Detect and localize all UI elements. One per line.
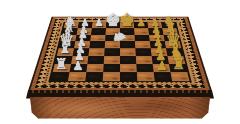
piece-silver-knight-fallen[interactable]: ♞ — [110, 29, 127, 45]
square-c5[interactable] — [89, 41, 105, 48]
square-e2[interactable] — [120, 64, 137, 72]
square-g1[interactable] — [154, 72, 173, 81]
square-f3[interactable] — [136, 56, 153, 64]
square-c2[interactable] — [86, 64, 103, 72]
square-c3[interactable] — [87, 56, 104, 64]
square-c6[interactable] — [90, 35, 105, 42]
square-d4[interactable] — [104, 48, 120, 55]
square-e4[interactable] — [120, 48, 136, 55]
square-h1[interactable] — [171, 72, 190, 81]
piece-brass-king[interactable]: ♚ — [119, 12, 135, 30]
square-a1[interactable] — [50, 72, 69, 81]
piece-silver-rook[interactable]: ♜ — [55, 57, 68, 72]
square-d3[interactable] — [104, 56, 120, 64]
square-e1[interactable] — [120, 72, 137, 81]
piece-silver-pawn[interactable]: ♟ — [94, 18, 103, 28]
square-f6[interactable] — [134, 35, 149, 42]
chess-set-photo: ♞♟♟♚♚♟♟♞♜♟♟♜♝♟♟♝♛♟♟♛♝♟♟♝♟♟♞♜♟♟♜♞ — [0, 0, 240, 124]
piece-silver-bishop[interactable]: ♝ — [57, 40, 72, 56]
piece-silver-pawn[interactable]: ♟ — [73, 59, 84, 71]
square-f1[interactable] — [137, 72, 155, 81]
square-e3[interactable] — [120, 56, 136, 64]
piece-brass-rook[interactable]: ♜ — [172, 57, 185, 72]
square-d1[interactable] — [103, 72, 120, 81]
piece-brass-pawn[interactable]: ♟ — [157, 59, 168, 71]
piece-brass-pawn[interactable]: ♟ — [137, 18, 146, 28]
square-d2[interactable] — [103, 64, 120, 72]
square-f2[interactable] — [136, 64, 153, 72]
square-c1[interactable] — [85, 72, 103, 81]
square-f5[interactable] — [135, 41, 151, 48]
square-f4[interactable] — [135, 48, 151, 55]
square-c4[interactable] — [88, 48, 104, 55]
box-front-face — [30, 97, 210, 119]
square-b1[interactable] — [68, 72, 87, 81]
